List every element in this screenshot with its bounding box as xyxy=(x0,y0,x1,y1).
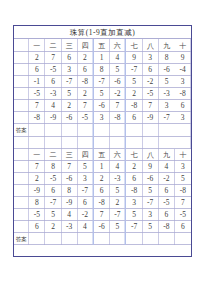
number-cell: -5 xyxy=(45,64,61,76)
number-cell: -7 xyxy=(126,221,142,233)
spare-cell xyxy=(61,137,77,149)
number-cell: -9 xyxy=(29,185,45,197)
number-cell: -8 xyxy=(159,221,175,233)
number-cell: -2 xyxy=(110,88,126,100)
number-cell: 5 xyxy=(78,161,94,173)
number-cell: 4 xyxy=(61,209,77,221)
row-label-cell xyxy=(14,209,29,221)
number-cell: 6 xyxy=(78,197,94,209)
number-cell: 6 xyxy=(142,64,158,76)
number-cell: -8 xyxy=(126,185,142,197)
answer-cell xyxy=(45,124,61,137)
column-header-4: 四 xyxy=(78,149,94,161)
number-cell: 6 xyxy=(78,64,94,76)
number-cell: -8 xyxy=(126,100,142,112)
number-cell: 4 xyxy=(45,100,61,112)
answer-cell xyxy=(159,233,175,245)
column-header-5: 五 xyxy=(94,149,110,161)
column-header-5: 五 xyxy=(94,39,110,52)
number-cell: -3 xyxy=(159,88,175,100)
column-header-7: 七 xyxy=(126,39,142,52)
row-label-cell xyxy=(14,112,29,124)
spare-cell xyxy=(175,137,191,149)
number-cell: -8 xyxy=(78,76,94,88)
number-cell: 7 xyxy=(29,161,45,173)
number-cell: -8 xyxy=(29,112,45,124)
number-cell: 3 xyxy=(159,100,175,112)
number-cell: -6 xyxy=(94,100,110,112)
number-cell: 3 xyxy=(126,197,142,209)
number-cell: -5 xyxy=(29,209,45,221)
spare-cell xyxy=(159,137,175,149)
answer-cell xyxy=(175,233,191,245)
number-cell: 2 xyxy=(29,52,45,64)
row-label-cell xyxy=(14,100,29,112)
row-label-cell xyxy=(14,197,29,209)
number-cell: -9 xyxy=(142,112,158,124)
number-cell: 8 xyxy=(61,185,77,197)
number-cell: -7 xyxy=(142,197,158,209)
worksheet-outer-table: 珠算(1-9直加直减)一二三四五六七八九十27621493896-53685-7… xyxy=(13,25,192,257)
number-cell: 6 xyxy=(126,173,142,185)
number-cell: 2 xyxy=(45,221,61,233)
number-cell: 3 xyxy=(175,76,191,88)
number-cell: -2 xyxy=(78,209,94,221)
number-cell: -7 xyxy=(45,197,61,209)
number-cell: 7 xyxy=(110,100,126,112)
column-header-8: 八 xyxy=(142,39,158,52)
number-cell: 2 xyxy=(78,52,94,64)
number-cell: 8 xyxy=(45,161,61,173)
number-cell: 8 xyxy=(94,64,110,76)
number-cell: -5 xyxy=(142,88,158,100)
number-cell: 3 xyxy=(142,209,158,221)
number-cell: -5 xyxy=(159,197,175,209)
row-label-cell xyxy=(14,76,29,88)
row-label-cell xyxy=(14,161,29,173)
number-cell: 3 xyxy=(175,112,191,124)
spare-label-cell xyxy=(14,137,29,149)
column-header-2: 二 xyxy=(45,149,61,161)
number-cell: 9 xyxy=(142,161,158,173)
number-cell: 5 xyxy=(142,221,158,233)
number-cell: -6 xyxy=(61,173,77,185)
number-cell: -6 xyxy=(94,221,110,233)
number-cell: 6 xyxy=(45,185,61,197)
number-cell: -9 xyxy=(61,197,77,209)
number-cell: 6 xyxy=(175,221,191,233)
number-cell: 5 xyxy=(159,76,175,88)
answer-cell xyxy=(159,124,175,137)
number-cell: -2 xyxy=(142,76,158,88)
number-cell: 7 xyxy=(94,209,110,221)
header-corner-cell xyxy=(14,39,29,52)
number-cell: 8 xyxy=(159,52,175,64)
number-cell: -8 xyxy=(175,185,191,197)
column-header-6: 六 xyxy=(110,39,126,52)
number-cell: -5 xyxy=(29,88,45,100)
number-cell: -9 xyxy=(45,112,61,124)
number-cell: -8 xyxy=(110,112,126,124)
column-header-8: 八 xyxy=(142,149,158,161)
number-cell: 7 xyxy=(29,100,45,112)
number-cell: 7 xyxy=(175,197,191,209)
answer-cell xyxy=(175,124,191,137)
number-cell: 6 xyxy=(159,185,175,197)
number-cell: 6 xyxy=(61,52,77,64)
number-cell: 2 xyxy=(126,161,142,173)
answer-cell xyxy=(110,233,126,245)
number-cell: -7 xyxy=(78,185,94,197)
number-cell: -4 xyxy=(175,64,191,76)
number-cell: 2 xyxy=(94,173,110,185)
column-header-6: 六 xyxy=(110,149,126,161)
number-cell: 2 xyxy=(110,197,126,209)
number-cell: 3 xyxy=(142,52,158,64)
number-cell: 6 xyxy=(29,64,45,76)
row-label-cell xyxy=(14,52,29,64)
number-cell: 3 xyxy=(94,112,110,124)
number-cell: 1 xyxy=(94,161,110,173)
number-cell: 9 xyxy=(126,52,142,64)
answer-cell xyxy=(126,233,142,245)
column-header-7: 七 xyxy=(126,149,142,161)
number-cell: 2 xyxy=(29,173,45,185)
number-cell: -7 xyxy=(126,64,142,76)
number-cell: 5 xyxy=(45,209,61,221)
answer-cell xyxy=(29,233,45,245)
answer-cell xyxy=(94,233,110,245)
column-header-2: 二 xyxy=(45,39,61,52)
number-cell: -7 xyxy=(159,112,175,124)
worksheet-page: 珠算(1-9直加直减)一二三四五六七八九十27621493896-53685-7… xyxy=(0,0,210,297)
number-cell: 4 xyxy=(110,52,126,64)
answer-cell xyxy=(78,233,94,245)
answer-label: 答案 xyxy=(14,233,29,245)
number-cell: 4 xyxy=(110,161,126,173)
answer-cell xyxy=(61,233,77,245)
column-header-10: 十 xyxy=(175,149,191,161)
number-cell: 2 xyxy=(126,88,142,100)
column-header-1: 一 xyxy=(29,39,45,52)
number-cell: -1 xyxy=(29,76,45,88)
number-cell: 1 xyxy=(94,52,110,64)
column-header-9: 九 xyxy=(159,149,175,161)
number-cell: -3 xyxy=(61,221,77,233)
column-header-4: 四 xyxy=(78,39,94,52)
number-cell: 6 xyxy=(159,209,175,221)
number-cell: 5 xyxy=(110,221,126,233)
column-header-9: 九 xyxy=(159,39,175,52)
row-label-cell xyxy=(14,64,29,76)
answer-label: 答案 xyxy=(14,124,29,137)
number-cell: 4 xyxy=(159,161,175,173)
answer-cell xyxy=(110,124,126,137)
number-cell: -3 xyxy=(110,173,126,185)
number-cell: -7 xyxy=(110,209,126,221)
worksheet-title: 珠算(1-9直加直减) xyxy=(14,26,191,39)
answer-cell xyxy=(78,124,94,137)
number-cell: -5 xyxy=(45,173,61,185)
column-header-1: 一 xyxy=(29,149,45,161)
number-cell: 5 xyxy=(61,88,77,100)
number-cell: -6 xyxy=(142,173,158,185)
number-cell: 6 xyxy=(94,185,110,197)
number-cell: 6 xyxy=(29,221,45,233)
number-cell: -7 xyxy=(94,76,110,88)
number-cell: -3 xyxy=(45,88,61,100)
number-cell: 5 xyxy=(94,88,110,100)
spare-cell xyxy=(94,137,110,149)
spare-row xyxy=(14,245,191,256)
number-cell: 8 xyxy=(29,197,45,209)
number-cell: -7 xyxy=(61,76,77,88)
exercise-table-2: 一二三四五六七八九十78751429432-5-632-36-6-25-968-… xyxy=(14,149,191,256)
column-header-3: 三 xyxy=(61,39,77,52)
spare-cell xyxy=(78,137,94,149)
spare-cell xyxy=(142,137,158,149)
number-cell: 3 xyxy=(78,173,94,185)
number-cell: 5 xyxy=(142,185,158,197)
number-cell: 7 xyxy=(142,100,158,112)
number-cell: 5 xyxy=(110,64,126,76)
column-header-3: 三 xyxy=(61,149,77,161)
number-cell: -8 xyxy=(175,88,191,100)
number-cell: 2 xyxy=(78,88,94,100)
number-cell: 5 xyxy=(126,76,142,88)
number-cell: 6 xyxy=(45,76,61,88)
header-corner-cell xyxy=(14,149,29,161)
answer-cell xyxy=(142,124,158,137)
number-cell: -6 xyxy=(61,112,77,124)
number-cell: 4 xyxy=(78,221,94,233)
row-label-cell xyxy=(14,88,29,100)
number-cell: 2 xyxy=(61,100,77,112)
answer-cell xyxy=(94,124,110,137)
number-cell: -6 xyxy=(159,64,175,76)
exercise-table-1: 珠算(1-9直加直减)一二三四五六七八九十27621493896-53685-7… xyxy=(14,26,191,149)
number-cell: -6 xyxy=(110,76,126,88)
row-label-cell xyxy=(14,173,29,185)
row-label-cell xyxy=(14,185,29,197)
number-cell: 6 xyxy=(126,112,142,124)
number-cell: 5 xyxy=(110,185,126,197)
answer-cell xyxy=(142,233,158,245)
number-cell: 6 xyxy=(175,100,191,112)
number-cell: 5 xyxy=(175,173,191,185)
row-label-cell xyxy=(14,221,29,233)
answer-cell xyxy=(29,124,45,137)
answer-cell xyxy=(126,124,142,137)
number-cell: 7 xyxy=(61,161,77,173)
spare-cell xyxy=(45,137,61,149)
number-cell: -5 xyxy=(78,112,94,124)
worksheet-scan: 珠算(1-9直加直减)一二三四五六七八九十27621493896-53685-7… xyxy=(0,0,210,297)
number-cell: 7 xyxy=(78,100,94,112)
spare-cell xyxy=(110,137,126,149)
number-cell: -8 xyxy=(94,197,110,209)
answer-cell xyxy=(61,124,77,137)
number-cell: 5 xyxy=(126,209,142,221)
number-cell: 3 xyxy=(175,161,191,173)
spare-cell xyxy=(126,137,142,149)
number-cell: -2 xyxy=(159,173,175,185)
spare-cell xyxy=(29,137,45,149)
number-cell: 7 xyxy=(45,52,61,64)
number-cell: 9 xyxy=(175,52,191,64)
number-cell: 3 xyxy=(61,64,77,76)
number-cell: -5 xyxy=(175,209,191,221)
column-header-10: 十 xyxy=(175,39,191,52)
answer-cell xyxy=(45,233,61,245)
